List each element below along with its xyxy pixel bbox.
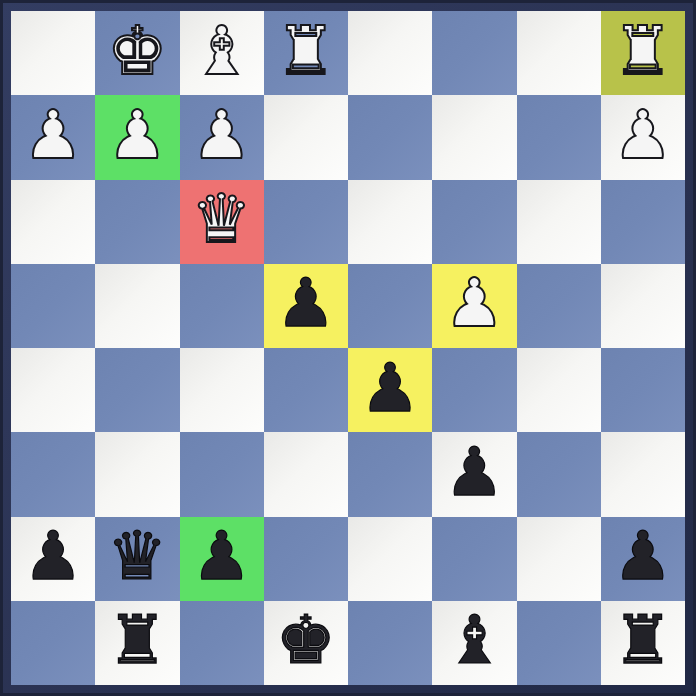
square-g4[interactable] [517,348,601,432]
square-g3[interactable] [517,432,601,516]
square-d5-highlighted-yellow[interactable]: ♟ [264,264,348,348]
black-rook[interactable]: ♜ [107,607,167,674]
square-c3[interactable] [180,432,264,516]
square-h5[interactable] [601,264,685,348]
square-b3[interactable] [95,432,179,516]
square-d6[interactable] [264,180,348,264]
square-d7[interactable] [264,95,348,179]
square-b7-highlighted-green[interactable]: ♟ [95,95,179,179]
square-a8[interactable] [11,11,95,95]
square-h3[interactable] [601,432,685,516]
square-b2[interactable]: ♛ [95,517,179,601]
square-g2[interactable] [517,517,601,601]
square-a2[interactable]: ♟ [11,517,95,601]
black-pawn[interactable]: ♟ [23,523,83,590]
square-b4[interactable] [95,348,179,432]
square-d1[interactable]: ♚ [264,601,348,685]
square-f2[interactable] [432,517,516,601]
black-pawn[interactable]: ♟ [360,355,420,422]
white-pawn[interactable]: ♟ [444,270,504,337]
black-pawn[interactable]: ♟ [444,439,504,506]
white-pawn[interactable]: ♟ [107,102,167,169]
square-e2[interactable] [348,517,432,601]
square-a1[interactable] [11,601,95,685]
black-bishop[interactable]: ♝ [444,607,504,674]
square-g6[interactable] [517,180,601,264]
square-f8[interactable] [432,11,516,95]
white-pawn[interactable]: ♟ [192,102,252,169]
black-pawn[interactable]: ♟ [276,270,336,337]
square-d4[interactable] [264,348,348,432]
square-c4[interactable] [180,348,264,432]
square-h6[interactable] [601,180,685,264]
square-d8[interactable]: ♜ [264,11,348,95]
square-f1[interactable]: ♝ [432,601,516,685]
square-g1[interactable] [517,601,601,685]
square-a7[interactable]: ♟ [11,95,95,179]
square-c5[interactable] [180,264,264,348]
square-e7[interactable] [348,95,432,179]
square-f3[interactable]: ♟ [432,432,516,516]
white-bishop[interactable]: ♝ [192,18,252,85]
square-f7[interactable] [432,95,516,179]
square-b6[interactable] [95,180,179,264]
board-frame: ♚♝♜♜♟♟♟♟♛♟♟♟♟♟♛♟♟♜♚♝♜ [0,0,696,696]
square-h8-highlighted-olive[interactable]: ♜ [601,11,685,95]
square-e3[interactable] [348,432,432,516]
square-f4[interactable] [432,348,516,432]
square-a3[interactable] [11,432,95,516]
square-d2[interactable] [264,517,348,601]
square-g5[interactable] [517,264,601,348]
black-pawn[interactable]: ♟ [192,523,252,590]
square-h7[interactable]: ♟ [601,95,685,179]
white-rook[interactable]: ♜ [613,18,673,85]
square-a6[interactable] [11,180,95,264]
square-e8[interactable] [348,11,432,95]
square-e5[interactable] [348,264,432,348]
square-h4[interactable] [601,348,685,432]
white-king[interactable]: ♚ [107,18,167,85]
square-g8[interactable] [517,11,601,95]
square-c7[interactable]: ♟ [180,95,264,179]
square-b5[interactable] [95,264,179,348]
square-h1[interactable]: ♜ [601,601,685,685]
square-g7[interactable] [517,95,601,179]
square-d3[interactable] [264,432,348,516]
chess-board: ♚♝♜♜♟♟♟♟♛♟♟♟♟♟♛♟♟♜♚♝♜ [11,11,685,685]
square-b1[interactable]: ♜ [95,601,179,685]
white-pawn[interactable]: ♟ [613,102,673,169]
square-a5[interactable] [11,264,95,348]
square-e4-highlighted-yellow[interactable]: ♟ [348,348,432,432]
square-e6[interactable] [348,180,432,264]
square-f5-highlighted-yellow[interactable]: ♟ [432,264,516,348]
square-b8[interactable]: ♚ [95,11,179,95]
black-queen[interactable]: ♛ [107,523,167,590]
white-rook[interactable]: ♜ [276,18,336,85]
square-c2-highlighted-green[interactable]: ♟ [180,517,264,601]
square-a4[interactable] [11,348,95,432]
square-c6-highlighted-red[interactable]: ♛ [180,180,264,264]
square-c1[interactable] [180,601,264,685]
square-e1[interactable] [348,601,432,685]
square-h2[interactable]: ♟ [601,517,685,601]
white-pawn[interactable]: ♟ [23,102,83,169]
square-f6[interactable] [432,180,516,264]
black-pawn[interactable]: ♟ [613,523,673,590]
square-c8[interactable]: ♝ [180,11,264,95]
black-rook[interactable]: ♜ [613,607,673,674]
black-king[interactable]: ♚ [276,607,336,674]
white-queen[interactable]: ♛ [192,186,252,253]
